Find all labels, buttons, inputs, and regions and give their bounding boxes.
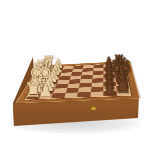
peg-hole: [97, 97, 99, 98]
peg-hole: [132, 89, 135, 90]
peg-hole: [70, 99, 73, 100]
brass-clasp-icon: [91, 107, 96, 110]
square[interactable]: [77, 92, 91, 98]
piece-white-rook[interactable]: ♜: [24, 80, 42, 100]
peg-hole: [83, 98, 85, 99]
piece-black-rook[interactable]: ♜: [115, 78, 132, 97]
peg-hole: [56, 99, 59, 100]
piece-black-pawn[interactable]: ♟: [103, 82, 116, 97]
chess-set-product-photo: ♜♟♟♜♞♟♟♞♝♟♟♝♛♟♟♛♚♟♟♚♝♟♟♝♞♟♟♞♜♟♟♜: [0, 0, 150, 150]
square[interactable]: [90, 91, 103, 97]
